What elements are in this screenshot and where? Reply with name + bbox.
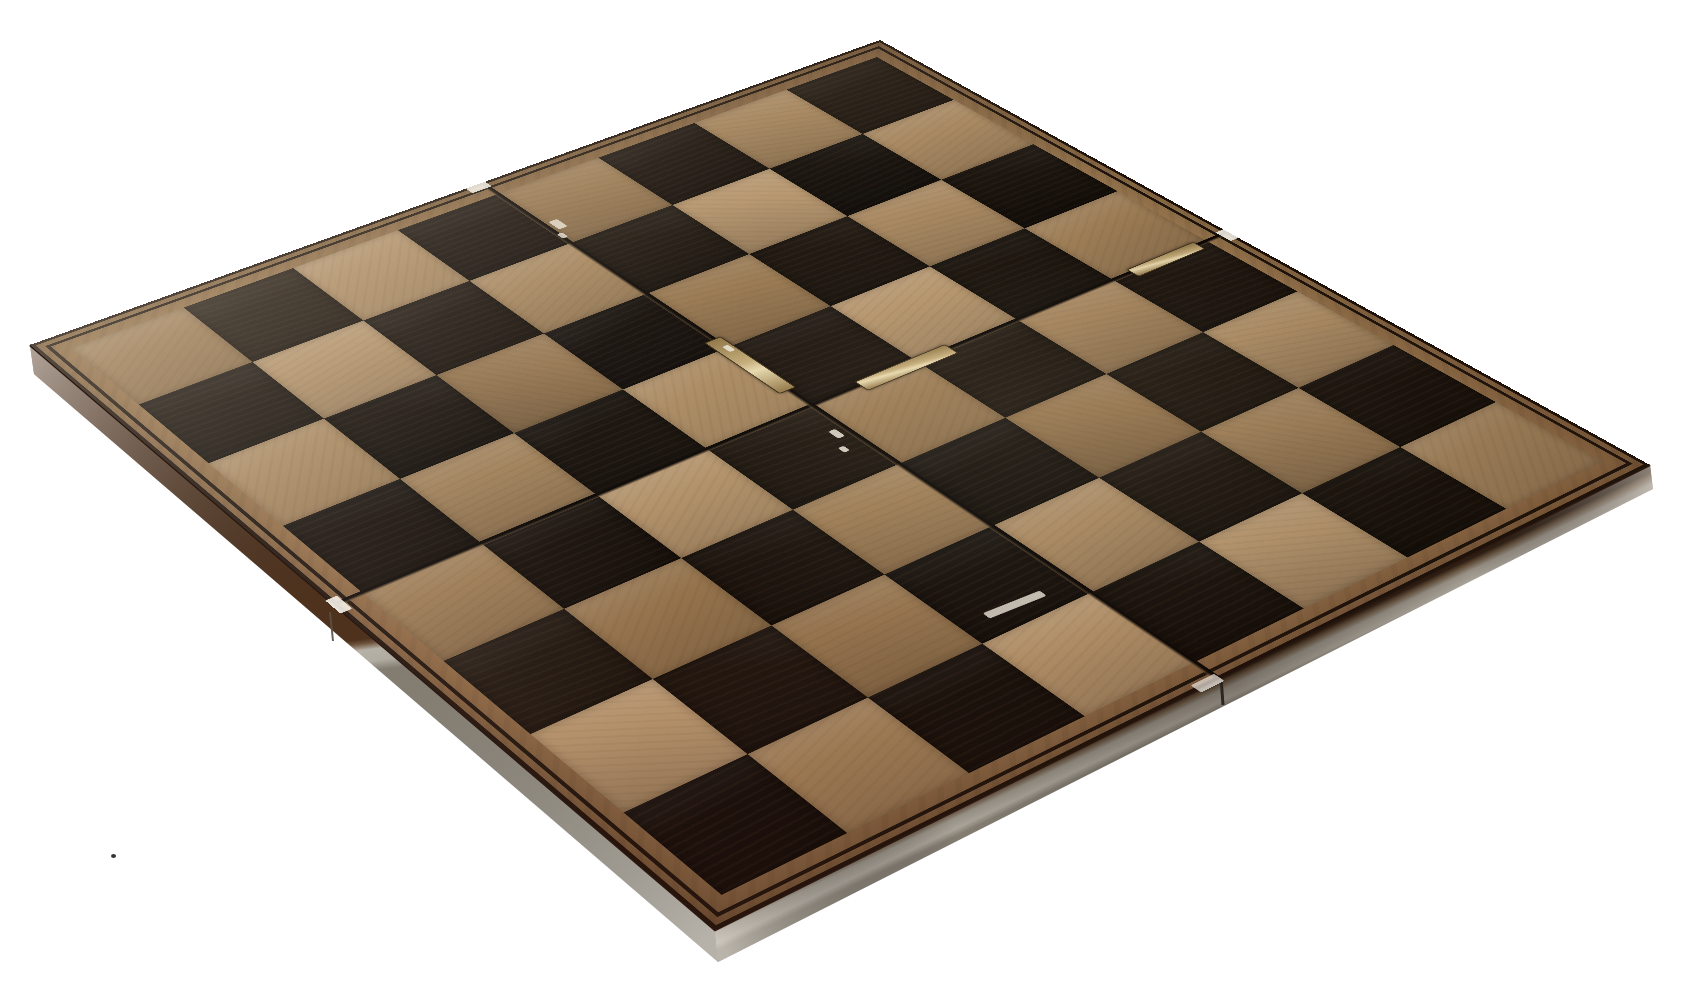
seam-mark-right-edge	[1221, 677, 1223, 705]
dust-speck	[111, 854, 116, 858]
photo-scene	[0, 0, 1691, 1000]
